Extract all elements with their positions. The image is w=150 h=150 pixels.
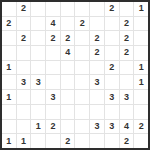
cell-r3c1[interactable] [2,31,16,45]
cell-r7c5[interactable] [61,90,75,104]
cell-r8c10[interactable] [134,105,148,119]
cell-r6c9[interactable] [120,75,134,89]
cell-r6c5[interactable] [61,75,75,89]
cell-r9c1[interactable] [2,120,16,134]
cell-r6c10-clue: 1 [134,75,148,89]
cell-r9c4-clue: 2 [46,120,60,134]
cell-r2c3[interactable] [31,17,45,31]
cell-r8c8[interactable] [105,105,119,119]
cell-r5c1-clue: 1 [2,61,16,75]
cell-r2c2[interactable] [17,17,31,31]
cell-r7c10[interactable] [134,90,148,104]
cell-r7c1-clue: 1 [2,90,16,104]
cell-r7c4-clue: 3 [46,90,60,104]
cell-r2c10[interactable] [134,17,148,31]
cell-r9c8-clue: 3 [105,120,119,134]
cell-r5c8-clue: 2 [105,61,119,75]
cell-r5c3[interactable] [31,61,45,75]
cell-r7c6[interactable] [75,90,89,104]
cell-r4c4[interactable] [46,46,60,60]
cell-r6c6[interactable] [75,75,89,89]
cell-r3c9-clue: 2 [120,31,134,45]
cell-r4c1[interactable] [2,46,16,60]
cell-r3c2-clue: 2 [17,31,31,45]
cell-r4c6[interactable] [75,46,89,60]
cell-r3c8[interactable] [105,31,119,45]
cell-r8c5[interactable] [61,105,75,119]
cell-r4c10[interactable] [134,46,148,60]
cell-r7c9-clue: 3 [120,90,134,104]
cell-r8c4[interactable] [46,105,60,119]
cell-r3c4-clue: 2 [46,31,60,45]
cell-r7c7[interactable] [90,90,104,104]
cell-r8c1[interactable] [2,105,16,119]
cell-r6c1[interactable] [2,75,16,89]
cell-r10c9-clue: 2 [120,134,134,148]
cell-r10c8[interactable] [105,134,119,148]
cell-r8c9[interactable] [120,105,134,119]
puzzle-board: 221242222222422121333113331233421122 [0,0,150,150]
cell-r2c7[interactable] [90,17,104,31]
cell-r9c10-clue: 2 [134,120,148,134]
cell-r2c4-clue: 4 [46,17,60,31]
cell-r5c9[interactable] [120,61,134,75]
cell-r1c7[interactable] [90,2,104,16]
cell-r3c10[interactable] [134,31,148,45]
cell-r7c2[interactable] [17,90,31,104]
cell-r4c5-clue: 4 [61,46,75,60]
cell-r6c2-clue: 3 [17,75,31,89]
cell-r3c7-clue: 2 [90,31,104,45]
cell-r4c8[interactable] [105,46,119,60]
cell-r1c1[interactable] [2,2,16,16]
cell-r9c5[interactable] [61,120,75,134]
cell-r1c2-clue: 2 [17,2,31,16]
cell-r3c5-clue: 2 [61,31,75,45]
cell-r2c5[interactable] [61,17,75,31]
cell-r4c7-clue: 2 [90,46,104,60]
cell-r3c6[interactable] [75,31,89,45]
cell-r9c2[interactable] [17,120,31,134]
cell-r1c9[interactable] [120,2,134,16]
cell-r2c1-clue: 2 [2,17,16,31]
cell-r1c6[interactable] [75,2,89,16]
cell-r8c7[interactable] [90,105,104,119]
cell-r5c5[interactable] [61,61,75,75]
cell-r5c4[interactable] [46,61,60,75]
cell-r5c10-clue: 1 [134,61,148,75]
cell-r2c8[interactable] [105,17,119,31]
cell-r8c6[interactable] [75,105,89,119]
cell-r9c6[interactable] [75,120,89,134]
cell-r6c4[interactable] [46,75,60,89]
cell-r7c3[interactable] [31,90,45,104]
cell-r10c10[interactable] [134,134,148,148]
cell-r2c9-clue: 2 [120,17,134,31]
cell-r10c7[interactable] [90,134,104,148]
cell-r10c4[interactable] [46,134,60,148]
cell-r6c3-clue: 3 [31,75,45,89]
cell-r8c2[interactable] [17,105,31,119]
cell-r10c3[interactable] [31,134,45,148]
cell-r5c6[interactable] [75,61,89,75]
cell-r9c9-clue: 4 [120,120,134,134]
cell-r6c8[interactable] [105,75,119,89]
cell-r9c7-clue: 3 [90,120,104,134]
cell-r2c6-clue: 2 [75,17,89,31]
cell-r5c2[interactable] [17,61,31,75]
cell-r4c2[interactable] [17,46,31,60]
cell-r4c9-clue: 2 [120,46,134,60]
cell-r1c3[interactable] [31,2,45,16]
cell-r6c7-clue: 3 [90,75,104,89]
cell-r10c2-clue: 1 [17,134,31,148]
cell-r8c3[interactable] [31,105,45,119]
cell-r1c4[interactable] [46,2,60,16]
cell-r9c3-clue: 1 [31,120,45,134]
cell-r10c5-clue: 2 [61,134,75,148]
cell-r7c8-clue: 3 [105,90,119,104]
cell-r5c7[interactable] [90,61,104,75]
cell-r1c10-clue: 1 [134,2,148,16]
cell-r1c8-clue: 2 [105,2,119,16]
cell-r4c3[interactable] [31,46,45,60]
cell-r3c3[interactable] [31,31,45,45]
cell-r1c5[interactable] [61,2,75,16]
cell-r10c6[interactable] [75,134,89,148]
cell-r10c1-clue: 1 [2,134,16,148]
